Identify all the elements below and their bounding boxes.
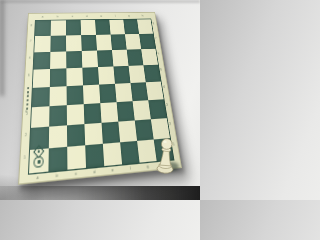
coord-label: 1 [23, 155, 27, 167]
square-c3[interactable] [67, 104, 85, 125]
square-b3[interactable] [49, 105, 67, 126]
square-c2[interactable] [67, 124, 85, 147]
white-pawn-icon [154, 135, 179, 174]
coord-label: 7 [29, 39, 32, 47]
square-e2[interactable] [102, 122, 121, 144]
square-a8[interactable] [35, 21, 51, 37]
coord-label: f [126, 166, 135, 171]
square-h8[interactable] [137, 19, 153, 34]
square-h5[interactable] [143, 65, 160, 83]
background-top-shade [0, 0, 200, 3]
square-d5[interactable] [82, 67, 99, 85]
square-b1[interactable] [48, 147, 67, 172]
coord-label: b [54, 15, 61, 17]
coord-label: 6 [28, 56, 31, 65]
square-c8[interactable] [66, 20, 81, 35]
square-d7[interactable] [81, 35, 97, 51]
coord-label: d [90, 170, 99, 175]
coord-label: f [112, 15, 119, 17]
square-e3[interactable] [100, 102, 118, 123]
square-c6[interactable] [66, 51, 82, 68]
coord-label: g [143, 164, 152, 168]
square-b6[interactable] [50, 51, 66, 69]
coord-label: 2 [24, 132, 28, 143]
coord-label: e [108, 168, 117, 173]
coord-label: 5 [27, 73, 30, 82]
coord-label: c [71, 172, 80, 177]
coord-label: b [52, 173, 62, 178]
knight-crest-logo [31, 146, 46, 168]
square-h4[interactable] [146, 82, 164, 101]
square-c1[interactable] [67, 145, 86, 169]
coord-label: g [125, 15, 132, 17]
coord-label: 8 [30, 24, 33, 32]
square-d1[interactable] [85, 144, 104, 168]
white-pawn-piece[interactable] [154, 136, 180, 176]
square-d4[interactable] [83, 85, 100, 105]
background-bottom-shadow-band [0, 186, 200, 200]
square-b4[interactable] [50, 86, 67, 106]
square-e7[interactable] [96, 35, 112, 51]
photo-scene: { "game": "chess", "scene": "Overhead ph… [0, 0, 200, 200]
square-h6[interactable] [141, 49, 158, 66]
square-d8[interactable] [81, 20, 96, 35]
square-e4[interactable] [99, 84, 116, 103]
square-d3[interactable] [84, 103, 102, 124]
coord-label: 3 [25, 111, 28, 122]
square-c4[interactable] [67, 85, 84, 105]
square-d2[interactable] [84, 123, 102, 145]
coord-label: a [39, 16, 47, 18]
square-a7[interactable] [34, 36, 50, 53]
square-a5[interactable] [33, 69, 50, 88]
square-b5[interactable] [50, 68, 67, 87]
square-e6[interactable] [97, 50, 113, 67]
coord-label: e [98, 15, 105, 17]
square-a4[interactable] [32, 87, 50, 107]
coord-label: a [33, 175, 43, 180]
square-b2[interactable] [49, 125, 67, 148]
square-h3[interactable] [148, 99, 166, 119]
background-left-smudge [0, 0, 4, 96]
coord-label: d [83, 15, 90, 17]
coord-label: h [139, 15, 146, 17]
logo-diamond-icon [33, 145, 44, 158]
board-grid[interactable] [28, 19, 175, 175]
square-a6[interactable] [34, 52, 51, 70]
square-c7[interactable] [66, 35, 82, 51]
square-h7[interactable] [139, 34, 155, 50]
square-b8[interactable] [51, 20, 66, 35]
coord-label: c [69, 15, 76, 17]
square-c5[interactable] [66, 68, 83, 87]
square-a3[interactable] [31, 106, 50, 128]
square-e1[interactable] [103, 142, 122, 166]
square-d6[interactable] [82, 51, 98, 68]
square-b7[interactable] [50, 35, 66, 51]
square-e5[interactable] [98, 66, 115, 84]
square-e8[interactable] [95, 20, 111, 35]
